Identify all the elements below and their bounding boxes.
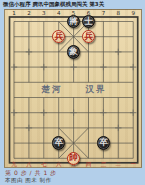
file-number-bottom: 一 — [130, 161, 136, 167]
piece-black-elephant[interactable]: 象 — [67, 45, 81, 59]
board-grid — [5, 10, 143, 169]
river-label-left: 楚河 — [42, 84, 63, 96]
file-number-top: 2 — [27, 10, 31, 16]
file-number-bottom: 九 — [11, 161, 17, 167]
river-label-right: 汉界 — [86, 84, 107, 96]
piece-black-soldier[interactable]: 卒 — [97, 136, 111, 150]
move-status: 第 0 步 / 共 1 步 — [5, 169, 57, 176]
file-number-top: 1 — [12, 10, 16, 16]
file-number-bottom: 三 — [101, 161, 107, 167]
file-number-top: 9 — [131, 10, 135, 16]
file-number-top: 7 — [102, 10, 106, 16]
app-window: 微信小程序 腾讯中国象棋残局闯关 第3关 123456789 九八七六五四三二一… — [0, 0, 145, 185]
file-number-bottom: 六 — [56, 161, 62, 167]
file-number-bottom: 四 — [86, 161, 92, 167]
credit-line: 本图由 图未 制作 — [5, 177, 52, 184]
xiangqi-board[interactable]: 123456789 九八七六五四三二一 楚河 汉界 將士兵兵象卒卒帥 — [4, 9, 142, 168]
file-number-bottom: 二 — [116, 161, 122, 167]
file-number-top: 4 — [57, 10, 61, 16]
file-number-bottom: 七 — [41, 161, 47, 167]
file-number-top: 3 — [42, 10, 46, 16]
file-number-bottom: 八 — [26, 161, 32, 167]
app-title: 微信小程序 腾讯中国象棋残局闯关 第3关 — [3, 1, 143, 8]
file-number-top: 8 — [117, 10, 121, 16]
